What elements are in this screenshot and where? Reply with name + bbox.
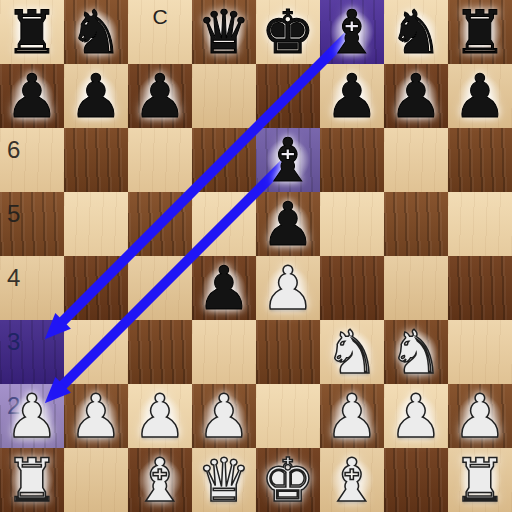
square-a5[interactable]: 5 <box>0 192 64 256</box>
square-e1[interactable]: ♚ <box>256 448 320 512</box>
square-e6[interactable]: ♝ <box>256 128 320 192</box>
piece-black-queen-d8[interactable]: ♛ <box>192 0 256 64</box>
square-h2[interactable]: ♟ <box>448 384 512 448</box>
square-c7[interactable]: ♟ <box>128 64 192 128</box>
square-f3[interactable]: ♞ <box>320 320 384 384</box>
square-g7[interactable]: ♟ <box>384 64 448 128</box>
square-c3[interactable] <box>128 320 192 384</box>
rank-label-a5: 5 <box>7 202 20 226</box>
square-e4[interactable]: ♟ <box>256 256 320 320</box>
piece-white-queen-d1[interactable]: ♛ <box>192 448 256 512</box>
square-f6[interactable] <box>320 128 384 192</box>
piece-black-bishop-e6[interactable]: ♝ <box>256 128 320 192</box>
square-b8[interactable]: ♞ <box>64 0 128 64</box>
piece-black-pawn-b7[interactable]: ♟ <box>64 64 128 128</box>
square-f5[interactable] <box>320 192 384 256</box>
piece-white-bishop-c1[interactable]: ♝ <box>128 448 192 512</box>
piece-white-pawn-h2[interactable]: ♟ <box>448 384 512 448</box>
square-h6[interactable] <box>448 128 512 192</box>
square-b5[interactable] <box>64 192 128 256</box>
square-f4[interactable] <box>320 256 384 320</box>
square-d2[interactable]: ♟ <box>192 384 256 448</box>
square-h8[interactable]: ♜ <box>448 0 512 64</box>
rank-label-a4: 4 <box>7 266 20 290</box>
square-b6[interactable] <box>64 128 128 192</box>
piece-black-pawn-f7[interactable]: ♟ <box>320 64 384 128</box>
square-d1[interactable]: ♛ <box>192 448 256 512</box>
square-e5[interactable]: ♟ <box>256 192 320 256</box>
piece-black-knight-b8[interactable]: ♞ <box>64 0 128 64</box>
rank-label-a3: 3 <box>7 330 20 354</box>
square-d4[interactable]: ♟ <box>192 256 256 320</box>
square-d3[interactable] <box>192 320 256 384</box>
square-e3[interactable] <box>256 320 320 384</box>
piece-white-pawn-d2[interactable]: ♟ <box>192 384 256 448</box>
piece-black-pawn-c7[interactable]: ♟ <box>128 64 192 128</box>
square-d8[interactable]: ♛ <box>192 0 256 64</box>
piece-white-bishop-f1[interactable]: ♝ <box>320 448 384 512</box>
rank-label-a6: 6 <box>7 138 20 162</box>
square-a2[interactable]: 2♟ <box>0 384 64 448</box>
square-b2[interactable]: ♟ <box>64 384 128 448</box>
square-g4[interactable] <box>384 256 448 320</box>
square-f1[interactable]: ♝ <box>320 448 384 512</box>
square-h3[interactable] <box>448 320 512 384</box>
square-e2[interactable] <box>256 384 320 448</box>
square-h4[interactable] <box>448 256 512 320</box>
square-d7[interactable] <box>192 64 256 128</box>
piece-white-knight-g3[interactable]: ♞ <box>384 320 448 384</box>
piece-white-pawn-e4[interactable]: ♟ <box>256 256 320 320</box>
piece-black-rook-a8[interactable]: ♜ <box>0 0 64 64</box>
square-f7[interactable]: ♟ <box>320 64 384 128</box>
piece-white-king-e1[interactable]: ♚ <box>256 448 320 512</box>
square-f2[interactable]: ♟ <box>320 384 384 448</box>
chess-board: ♜♞C♛♚♝♞♜♟♟♟♟♟♟6♝5♟4♟♟3♞♞2♟♟♟♟♟♟♟♜♝♛♚♝♜ <box>0 0 512 512</box>
piece-black-pawn-e5[interactable]: ♟ <box>256 192 320 256</box>
square-c5[interactable] <box>128 192 192 256</box>
piece-white-rook-a1[interactable]: ♜ <box>0 448 64 512</box>
piece-white-pawn-f2[interactable]: ♟ <box>320 384 384 448</box>
square-c4[interactable] <box>128 256 192 320</box>
square-g5[interactable] <box>384 192 448 256</box>
square-a8[interactable]: ♜ <box>0 0 64 64</box>
square-g3[interactable]: ♞ <box>384 320 448 384</box>
square-b1[interactable] <box>64 448 128 512</box>
square-g2[interactable]: ♟ <box>384 384 448 448</box>
piece-black-pawn-g7[interactable]: ♟ <box>384 64 448 128</box>
piece-white-pawn-b2[interactable]: ♟ <box>64 384 128 448</box>
square-h5[interactable] <box>448 192 512 256</box>
square-g8[interactable]: ♞ <box>384 0 448 64</box>
square-b3[interactable] <box>64 320 128 384</box>
square-c6[interactable] <box>128 128 192 192</box>
piece-black-rook-h8[interactable]: ♜ <box>448 0 512 64</box>
piece-black-bishop-f8[interactable]: ♝ <box>320 0 384 64</box>
square-c2[interactable]: ♟ <box>128 384 192 448</box>
square-g6[interactable] <box>384 128 448 192</box>
piece-black-pawn-a7[interactable]: ♟ <box>0 64 64 128</box>
piece-black-king-e8[interactable]: ♚ <box>256 0 320 64</box>
piece-black-knight-g8[interactable]: ♞ <box>384 0 448 64</box>
square-b7[interactable]: ♟ <box>64 64 128 128</box>
square-d6[interactable] <box>192 128 256 192</box>
square-b4[interactable] <box>64 256 128 320</box>
square-a3[interactable]: 3 <box>0 320 64 384</box>
square-e7[interactable] <box>256 64 320 128</box>
piece-black-pawn-d4[interactable]: ♟ <box>192 256 256 320</box>
square-h1[interactable]: ♜ <box>448 448 512 512</box>
square-d5[interactable] <box>192 192 256 256</box>
square-e8[interactable]: ♚ <box>256 0 320 64</box>
square-c1[interactable]: ♝ <box>128 448 192 512</box>
square-h7[interactable]: ♟ <box>448 64 512 128</box>
piece-white-pawn-a2[interactable]: ♟ <box>0 384 64 448</box>
piece-white-rook-h1[interactable]: ♜ <box>448 448 512 512</box>
square-a6[interactable]: 6 <box>0 128 64 192</box>
piece-white-knight-f3[interactable]: ♞ <box>320 320 384 384</box>
square-g1[interactable] <box>384 448 448 512</box>
square-f8[interactable]: ♝ <box>320 0 384 64</box>
piece-black-pawn-h7[interactable]: ♟ <box>448 64 512 128</box>
piece-white-pawn-c2[interactable]: ♟ <box>128 384 192 448</box>
piece-white-pawn-g2[interactable]: ♟ <box>384 384 448 448</box>
square-a1[interactable]: ♜ <box>0 448 64 512</box>
square-c8[interactable]: C <box>128 0 192 64</box>
file-label-c8: C <box>128 6 192 27</box>
square-a7[interactable]: ♟ <box>0 64 64 128</box>
square-a4[interactable]: 4 <box>0 256 64 320</box>
